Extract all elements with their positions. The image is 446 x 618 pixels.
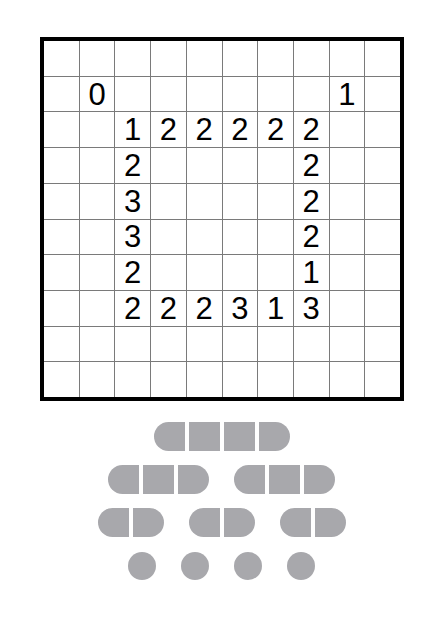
- clue-cell: 3: [223, 291, 258, 326]
- ship-2: [280, 508, 346, 537]
- clue-cell: 2: [294, 184, 329, 219]
- grid-cell[interactable]: [223, 184, 258, 219]
- grid-cell[interactable]: [151, 220, 186, 255]
- grid-cell[interactable]: [258, 362, 293, 397]
- grid-cell[interactable]: [44, 362, 79, 397]
- ship-1: [128, 552, 156, 580]
- clue-cell: 3: [294, 291, 329, 326]
- clue-cell: 2: [115, 255, 150, 290]
- ship-bow-segment: [234, 465, 265, 494]
- grid-cell[interactable]: [44, 41, 79, 76]
- grid-cell[interactable]: [44, 220, 79, 255]
- clue-cell: 3: [115, 184, 150, 219]
- clue-cell: 1: [330, 77, 365, 112]
- grid-cell[interactable]: [80, 148, 115, 183]
- ship-2: [189, 508, 255, 537]
- clue-cell: 2: [187, 291, 222, 326]
- grid-cell[interactable]: [330, 220, 365, 255]
- grid-cell[interactable]: [258, 327, 293, 362]
- grid-cell[interactable]: [44, 112, 79, 147]
- grid-cell[interactable]: [365, 77, 400, 112]
- ship-bow-segment: [154, 422, 185, 451]
- ship-bow-segment: [280, 508, 311, 537]
- grid-cell[interactable]: [294, 327, 329, 362]
- grid-cell[interactable]: [330, 255, 365, 290]
- grid-cell[interactable]: [80, 184, 115, 219]
- ship-middle-segment: [269, 465, 300, 494]
- grid-cell[interactable]: [151, 255, 186, 290]
- grid-cell[interactable]: [330, 41, 365, 76]
- grid-cell[interactable]: [44, 327, 79, 362]
- ship-stern-segment: [224, 508, 255, 537]
- grid-cell[interactable]: [187, 327, 222, 362]
- ship-stern-segment: [304, 465, 335, 494]
- fleet-row: [108, 465, 335, 494]
- grid-cell[interactable]: [258, 148, 293, 183]
- grid-cell[interactable]: [330, 291, 365, 326]
- clue-cell: 2: [115, 148, 150, 183]
- grid-cell[interactable]: [187, 362, 222, 397]
- grid-cell[interactable]: [151, 327, 186, 362]
- grid-cell[interactable]: [80, 255, 115, 290]
- submarine-icon: [287, 552, 315, 580]
- grid-cell[interactable]: [187, 220, 222, 255]
- ship-stern-segment: [133, 508, 164, 537]
- grid-cell[interactable]: [115, 362, 150, 397]
- clue-cell: 1: [294, 255, 329, 290]
- grid-cell[interactable]: [151, 362, 186, 397]
- clue-cell: 2: [151, 112, 186, 147]
- grid-cell[interactable]: [223, 362, 258, 397]
- grid-cell[interactable]: [294, 362, 329, 397]
- ship-stern-segment: [178, 465, 209, 494]
- ship-3: [108, 465, 209, 494]
- grid-cell[interactable]: [330, 112, 365, 147]
- ship-1: [234, 552, 262, 580]
- grid-cell[interactable]: [187, 77, 222, 112]
- grid-cell[interactable]: [330, 184, 365, 219]
- grid-cell[interactable]: [223, 41, 258, 76]
- clue-cell: 1: [258, 291, 293, 326]
- grid-cell[interactable]: [80, 291, 115, 326]
- clue-cell: 1: [115, 112, 150, 147]
- submarine-icon: [128, 552, 156, 580]
- grid-cell[interactable]: [44, 255, 79, 290]
- grid-cell[interactable]: [44, 291, 79, 326]
- ship-2: [98, 508, 164, 537]
- grid-cell[interactable]: [365, 291, 400, 326]
- grid-cell[interactable]: [44, 77, 79, 112]
- battleships-board: 0112222222323221222313: [40, 37, 404, 401]
- clue-cell: 3: [115, 220, 150, 255]
- grid-cell[interactable]: [294, 41, 329, 76]
- grid-cell[interactable]: [223, 220, 258, 255]
- grid-cell[interactable]: [258, 184, 293, 219]
- grid-cell[interactable]: [115, 327, 150, 362]
- grid-cell[interactable]: [80, 327, 115, 362]
- grid-cell[interactable]: [330, 148, 365, 183]
- grid-cell[interactable]: [151, 77, 186, 112]
- grid-cell[interactable]: [80, 112, 115, 147]
- ship-bow-segment: [108, 465, 139, 494]
- ship-1: [287, 552, 315, 580]
- grid-cell[interactable]: [365, 148, 400, 183]
- grid-cell[interactable]: [151, 184, 186, 219]
- ship-stern-segment: [315, 508, 346, 537]
- grid-cell[interactable]: [258, 255, 293, 290]
- clue-cell: 2: [294, 112, 329, 147]
- ship-middle-segment: [143, 465, 174, 494]
- ship-1: [181, 552, 209, 580]
- clue-cell: 2: [151, 291, 186, 326]
- grid-cell[interactable]: [365, 255, 400, 290]
- grid-cell[interactable]: [80, 220, 115, 255]
- grid-cell[interactable]: [365, 41, 400, 76]
- ship-bow-segment: [189, 508, 220, 537]
- grid-cell[interactable]: [330, 327, 365, 362]
- fleet-row: [98, 508, 346, 537]
- clue-cell: 2: [223, 112, 258, 147]
- ship-bow-segment: [98, 508, 129, 537]
- grid-cell[interactable]: [223, 77, 258, 112]
- ship-middle-segment: [224, 422, 255, 451]
- grid-cell[interactable]: [80, 41, 115, 76]
- fleet-legend: [0, 422, 443, 580]
- ship-4: [154, 422, 290, 451]
- ship-middle-segment: [189, 422, 220, 451]
- grid-cell[interactable]: [294, 77, 329, 112]
- ship-3: [234, 465, 335, 494]
- grid-cell[interactable]: [44, 148, 79, 183]
- clue-cell: 2: [258, 112, 293, 147]
- grid-cell[interactable]: [187, 184, 222, 219]
- grid-cell[interactable]: [365, 362, 400, 397]
- clue-cell: 2: [294, 148, 329, 183]
- grid-cell[interactable]: [44, 184, 79, 219]
- grid-cell[interactable]: [80, 362, 115, 397]
- grid-cell[interactable]: [365, 220, 400, 255]
- fleet-row: [128, 551, 315, 580]
- grid-cell[interactable]: [223, 327, 258, 362]
- grid-cell[interactable]: [330, 362, 365, 397]
- grid-cell[interactable]: [187, 148, 222, 183]
- fleet-row: [154, 422, 290, 451]
- grid-cell[interactable]: [151, 41, 186, 76]
- grid-cell[interactable]: [223, 255, 258, 290]
- grid-cell[interactable]: [258, 41, 293, 76]
- grid-cell[interactable]: [115, 77, 150, 112]
- grid-cell[interactable]: [258, 77, 293, 112]
- grid-cell[interactable]: [365, 327, 400, 362]
- submarine-icon: [234, 552, 262, 580]
- grid-cell[interactable]: [187, 255, 222, 290]
- grid-cell[interactable]: [223, 148, 258, 183]
- grid-cell[interactable]: [258, 220, 293, 255]
- clue-cell: 0: [80, 77, 115, 112]
- clue-cell: 2: [115, 291, 150, 326]
- grid-cell[interactable]: [115, 41, 150, 76]
- grid-cell[interactable]: [365, 184, 400, 219]
- grid-cell[interactable]: [151, 148, 186, 183]
- clue-cell: 2: [187, 112, 222, 147]
- submarine-icon: [181, 552, 209, 580]
- ship-stern-segment: [259, 422, 290, 451]
- clue-cell: 2: [294, 220, 329, 255]
- grid-cell[interactable]: [187, 41, 222, 76]
- grid-cell[interactable]: [365, 112, 400, 147]
